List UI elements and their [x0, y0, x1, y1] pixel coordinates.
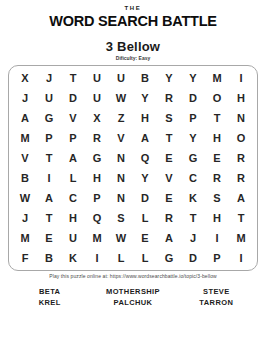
- grid-cell-r3c3[interactable]: V: [61, 108, 85, 128]
- grid-cell-r1c3[interactable]: T: [61, 68, 85, 88]
- grid-cell-r2c1[interactable]: J: [13, 88, 37, 108]
- word-krel: KREL: [8, 299, 91, 307]
- grid-cell-r10c10[interactable]: I: [229, 248, 253, 268]
- grid-cell-r10c5[interactable]: L: [109, 248, 133, 268]
- grid-cell-r8c1[interactable]: J: [13, 208, 37, 228]
- grid-cell-r9c1[interactable]: M: [13, 228, 37, 248]
- grid-cell-r7c10[interactable]: A: [229, 188, 253, 208]
- grid-cell-r6c2[interactable]: I: [37, 168, 61, 188]
- grid-cell-r2c3[interactable]: D: [61, 88, 85, 108]
- grid-cell-r4c5[interactable]: V: [109, 128, 133, 148]
- grid-cell-r9c2[interactable]: E: [37, 228, 61, 248]
- grid-cell-r10c2[interactable]: B: [37, 248, 61, 268]
- grid-cell-r8c4[interactable]: Q: [85, 208, 109, 228]
- grid-cell-r6c5[interactable]: N: [109, 168, 133, 188]
- header-kicker: THE: [0, 5, 266, 11]
- grid-cell-r8c5[interactable]: S: [109, 208, 133, 228]
- grid-cell-r9c5[interactable]: W: [109, 228, 133, 248]
- grid-cell-r1c6[interactable]: B: [133, 68, 157, 88]
- grid-cell-r6c7[interactable]: V: [157, 168, 181, 188]
- grid-cell-r10c8[interactable]: D: [181, 248, 205, 268]
- grid-cell-r7c6[interactable]: D: [133, 188, 157, 208]
- grid-cell-r7c4[interactable]: P: [85, 188, 109, 208]
- grid-cell-r7c2[interactable]: A: [37, 188, 61, 208]
- grid-cell-r7c5[interactable]: N: [109, 188, 133, 208]
- grid-cell-r2c7[interactable]: R: [157, 88, 181, 108]
- grid-cell-r1c10[interactable]: I: [229, 68, 253, 88]
- grid-cell-r9c9[interactable]: I: [205, 228, 229, 248]
- grid-cell-r5c1[interactable]: V: [13, 148, 37, 168]
- grid-cell-r5c5[interactable]: N: [109, 148, 133, 168]
- grid-cell-r9c6[interactable]: E: [133, 228, 157, 248]
- word-steve: STEVE: [175, 288, 258, 296]
- grid-cell-r9c10[interactable]: M: [229, 228, 253, 248]
- grid-cell-r4c9[interactable]: H: [205, 128, 229, 148]
- grid-cell-r10c7[interactable]: G: [157, 248, 181, 268]
- grid-cell-r5c7[interactable]: E: [157, 148, 181, 168]
- grid-cell-r2c2[interactable]: U: [37, 88, 61, 108]
- grid-cell-r2c4[interactable]: U: [85, 88, 109, 108]
- difficulty-label: Dificulty: Easy: [0, 55, 266, 61]
- grid-cell-r10c1[interactable]: F: [13, 248, 37, 268]
- grid-cell-r7c9[interactable]: S: [205, 188, 229, 208]
- grid-cell-r10c3[interactable]: K: [61, 248, 85, 268]
- grid-cell-r10c4[interactable]: I: [85, 248, 109, 268]
- word-palchuk: PALCHUK: [91, 299, 174, 307]
- grid-cell-r4c4[interactable]: R: [85, 128, 109, 148]
- grid-cell-r5c8[interactable]: G: [181, 148, 205, 168]
- grid-cell-r4c3[interactable]: P: [61, 128, 85, 148]
- grid-cell-r8c9[interactable]: H: [205, 208, 229, 228]
- grid-cell-r3c1[interactable]: A: [13, 108, 37, 128]
- grid-cell-r9c4[interactable]: M: [85, 228, 109, 248]
- grid-cell-r10c6[interactable]: L: [133, 248, 157, 268]
- grid-cell-r6c6[interactable]: Y: [133, 168, 157, 188]
- grid-cell-r7c7[interactable]: E: [157, 188, 181, 208]
- grid-cell-r4c6[interactable]: A: [133, 128, 157, 148]
- grid-cell-r5c9[interactable]: E: [205, 148, 229, 168]
- puzzle-title: 3 Bellow: [0, 39, 266, 54]
- grid-cell-r8c6[interactable]: L: [133, 208, 157, 228]
- grid-cell-r6c10[interactable]: R: [229, 168, 253, 188]
- grid-cell-r1c9[interactable]: M: [205, 68, 229, 88]
- word-list: BETAMOTHERSHIPSTEVEKRELPALCHUKTARRON: [8, 288, 258, 308]
- grid-cell-r5c10[interactable]: R: [229, 148, 253, 168]
- grid-cell-r8c8[interactable]: T: [181, 208, 205, 228]
- grid-cell-r3c10[interactable]: N: [229, 108, 253, 128]
- grid-cell-r6c9[interactable]: R: [205, 168, 229, 188]
- grid-cell-r8c7[interactable]: R: [157, 208, 181, 228]
- grid-cell-r3c4[interactable]: X: [85, 108, 109, 128]
- letter-grid: XJTUUBYYMIJUDUWYRDOHAGVXZHSPTNMPPRVATYHO…: [8, 65, 258, 271]
- grid-cell-r3c7[interactable]: S: [157, 108, 181, 128]
- grid-cell-r2c9[interactable]: O: [205, 88, 229, 108]
- grid-cell-r3c9[interactable]: T: [205, 108, 229, 128]
- grid-cell-r7c8[interactable]: K: [181, 188, 205, 208]
- grid-cell-r9c3[interactable]: U: [61, 228, 85, 248]
- grid-cell-r10c9[interactable]: P: [205, 248, 229, 268]
- grid-cell-r1c1[interactable]: X: [13, 68, 37, 88]
- grid-cell-r1c8[interactable]: Y: [181, 68, 205, 88]
- grid-cell-r6c1[interactable]: B: [13, 168, 37, 188]
- grid-cell-r2c6[interactable]: Y: [133, 88, 157, 108]
- grid-cell-r4c2[interactable]: P: [37, 128, 61, 148]
- grid-cell-r9c8[interactable]: J: [181, 228, 205, 248]
- word-search-page: THE WORD SEARCH BATTLE 3 Bellow Dificult…: [0, 5, 266, 338]
- grid-cell-r4c10[interactable]: O: [229, 128, 253, 148]
- grid-cell-r7c3[interactable]: C: [61, 188, 85, 208]
- word-beta: BETA: [8, 288, 91, 296]
- grid-cell-r3c2[interactable]: G: [37, 108, 61, 128]
- grid-cell-r3c6[interactable]: H: [133, 108, 157, 128]
- header-brand-title: WORD SEARCH BATTLE: [0, 13, 266, 29]
- grid-cell-r1c2[interactable]: J: [37, 68, 61, 88]
- grid-cell-r9c7[interactable]: A: [157, 228, 181, 248]
- grid-cell-r6c3[interactable]: L: [61, 168, 85, 188]
- grid-cell-r1c7[interactable]: Y: [157, 68, 181, 88]
- grid-cell-r3c5[interactable]: Z: [109, 108, 133, 128]
- grid-cell-r3c8[interactable]: P: [181, 108, 205, 128]
- grid-cell-r8c10[interactable]: T: [229, 208, 253, 228]
- grid-cell-r1c5[interactable]: U: [109, 68, 133, 88]
- grid-cell-r5c2[interactable]: T: [37, 148, 61, 168]
- grid-cell-r2c8[interactable]: D: [181, 88, 205, 108]
- grid-cell-r5c6[interactable]: Q: [133, 148, 157, 168]
- grid-cell-r5c4[interactable]: G: [85, 148, 109, 168]
- grid-cell-r4c8[interactable]: Y: [181, 128, 205, 148]
- grid-cell-r6c8[interactable]: C: [181, 168, 205, 188]
- word-tarron: TARRON: [175, 299, 258, 307]
- grid-cell-r2c5[interactable]: W: [109, 88, 133, 108]
- grid-cell-r8c2[interactable]: T: [37, 208, 61, 228]
- grid-cell-r6c4[interactable]: H: [85, 168, 109, 188]
- grid-cell-r7c1[interactable]: W: [13, 188, 37, 208]
- grid-cell-r4c7[interactable]: T: [157, 128, 181, 148]
- grid-cell-r5c3[interactable]: A: [61, 148, 85, 168]
- grid-cell-r1c4[interactable]: U: [85, 68, 109, 88]
- grid-cell-r4c1[interactable]: M: [13, 128, 37, 148]
- footer-play-line: Play this puzzle online at: https://www.…: [0, 273, 266, 279]
- word-mothership: MOTHERSHIP: [91, 288, 174, 296]
- grid-cell-r2c10[interactable]: H: [229, 88, 253, 108]
- grid-cell-r8c3[interactable]: H: [61, 208, 85, 228]
